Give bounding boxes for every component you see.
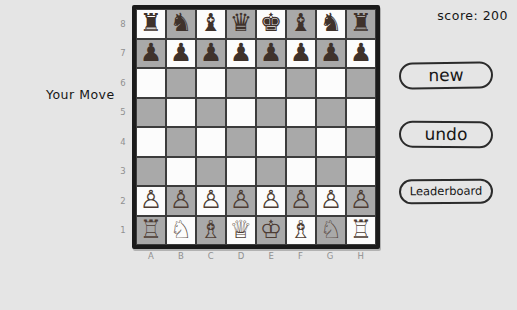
square-g2[interactable]: ♙ <box>316 186 346 216</box>
square-b7[interactable]: ♟ <box>166 39 196 69</box>
black-knight-piece[interactable]: ♞ <box>170 10 192 35</box>
square-h2[interactable]: ♙ <box>346 186 376 216</box>
square-d2[interactable]: ♙ <box>226 186 256 216</box>
square-c2[interactable]: ♙ <box>196 186 226 216</box>
rank-label-3: 3 <box>120 166 125 176</box>
black-rook-piece[interactable]: ♜ <box>350 10 372 35</box>
square-h5[interactable] <box>346 98 376 128</box>
square-c4[interactable] <box>196 127 226 157</box>
black-pawn-piece[interactable]: ♟ <box>170 40 192 65</box>
file-label-h: H <box>357 251 363 261</box>
black-bishop-piece[interactable]: ♝ <box>290 10 312 35</box>
white-pawn-piece[interactable]: ♙ <box>350 187 372 212</box>
square-c7[interactable]: ♟ <box>196 39 226 69</box>
white-pawn-piece[interactable]: ♙ <box>290 187 312 212</box>
square-c8[interactable]: ♝ <box>196 9 226 39</box>
black-pawn-piece[interactable]: ♟ <box>230 40 252 65</box>
square-b6[interactable] <box>166 68 196 98</box>
square-c6[interactable] <box>196 68 226 98</box>
rank-label-5: 5 <box>120 107 125 117</box>
white-rook-piece[interactable]: ♖ <box>140 217 162 242</box>
rank-label-8: 8 <box>120 19 125 29</box>
square-e8[interactable]: ♚ <box>256 9 286 39</box>
square-e1[interactable]: ♔ <box>256 216 286 246</box>
square-h6[interactable] <box>346 68 376 98</box>
leaderboard-button[interactable]: Leaderboard <box>399 179 493 205</box>
square-c1[interactable]: ♗ <box>196 216 226 246</box>
file-label-a: A <box>148 251 154 261</box>
file-label-e: E <box>268 251 273 261</box>
square-b3[interactable] <box>166 157 196 187</box>
square-g3[interactable] <box>316 157 346 187</box>
square-g1[interactable]: ♘ <box>316 216 346 246</box>
square-a7[interactable]: ♟ <box>136 39 166 69</box>
square-f6[interactable] <box>286 68 316 98</box>
white-knight-piece[interactable]: ♘ <box>170 217 192 242</box>
undo-button[interactable]: undo <box>399 121 493 149</box>
score-value: 200 <box>483 8 508 23</box>
score-label: score: <box>437 8 478 23</box>
square-f7[interactable]: ♟ <box>286 39 316 69</box>
square-b1[interactable]: ♘ <box>166 216 196 246</box>
score-display: score: 200 <box>437 8 508 23</box>
square-d6[interactable] <box>226 68 256 98</box>
square-b8[interactable]: ♞ <box>166 9 196 39</box>
square-a6[interactable] <box>136 68 166 98</box>
game-screen: Your Move score: 200 87654321 ♜♞♝♛♚♝♞♜♟♟… <box>0 0 517 310</box>
white-pawn-piece[interactable]: ♙ <box>320 187 342 212</box>
square-h4[interactable] <box>346 127 376 157</box>
black-bishop-piece[interactable]: ♝ <box>200 10 222 35</box>
square-d1[interactable]: ♕ <box>226 216 256 246</box>
white-rook-piece[interactable]: ♖ <box>350 217 372 242</box>
square-h1[interactable]: ♖ <box>346 216 376 246</box>
file-labels: ABCDEFGH <box>136 251 376 261</box>
square-d5[interactable] <box>226 98 256 128</box>
square-g8[interactable]: ♞ <box>316 9 346 39</box>
square-c3[interactable] <box>196 157 226 187</box>
chess-board-frame: ♜♞♝♛♚♝♞♜♟♟♟♟♟♟♟♟♙♙♙♙♙♙♙♙♖♘♗♕♔♗♘♖ <box>132 5 380 249</box>
square-a3[interactable] <box>136 157 166 187</box>
square-e3[interactable] <box>256 157 286 187</box>
white-queen-piece[interactable]: ♕ <box>230 217 252 242</box>
white-pawn-piece[interactable]: ♙ <box>140 187 162 212</box>
turn-indicator: Your Move <box>46 87 115 102</box>
white-king-piece[interactable]: ♔ <box>260 217 282 242</box>
square-a5[interactable] <box>136 98 166 128</box>
square-g5[interactable] <box>316 98 346 128</box>
square-b4[interactable] <box>166 127 196 157</box>
black-pawn-piece[interactable]: ♟ <box>320 40 342 65</box>
black-pawn-piece[interactable]: ♟ <box>260 40 282 65</box>
rank-label-4: 4 <box>120 137 125 147</box>
file-label-d: D <box>238 251 245 261</box>
square-a1[interactable]: ♖ <box>136 216 166 246</box>
square-e5[interactable] <box>256 98 286 128</box>
square-b2[interactable]: ♙ <box>166 186 196 216</box>
square-f3[interactable] <box>286 157 316 187</box>
square-g7[interactable]: ♟ <box>316 39 346 69</box>
chess-board[interactable]: ♜♞♝♛♚♝♞♜♟♟♟♟♟♟♟♟♙♙♙♙♙♙♙♙♖♘♗♕♔♗♘♖ <box>136 9 376 245</box>
white-pawn-piece[interactable]: ♙ <box>200 187 222 212</box>
white-pawn-piece[interactable]: ♙ <box>230 187 252 212</box>
rank-label-7: 7 <box>120 48 125 58</box>
square-d3[interactable] <box>226 157 256 187</box>
file-label-f: F <box>298 251 303 261</box>
square-e2[interactable]: ♙ <box>256 186 286 216</box>
square-e6[interactable] <box>256 68 286 98</box>
square-f4[interactable] <box>286 127 316 157</box>
square-g6[interactable] <box>316 68 346 98</box>
square-f2[interactable]: ♙ <box>286 186 316 216</box>
file-label-b: B <box>178 251 184 261</box>
square-e4[interactable] <box>256 127 286 157</box>
black-queen-piece[interactable]: ♛ <box>230 10 252 35</box>
square-a8[interactable]: ♜ <box>136 9 166 39</box>
square-d4[interactable] <box>226 127 256 157</box>
square-f1[interactable]: ♗ <box>286 216 316 246</box>
white-bishop-piece[interactable]: ♗ <box>200 217 222 242</box>
black-king-piece[interactable]: ♚ <box>260 10 282 35</box>
rank-label-2: 2 <box>120 196 125 206</box>
square-b5[interactable] <box>166 98 196 128</box>
rank-labels: 87654321 <box>116 9 130 245</box>
square-a4[interactable] <box>136 127 166 157</box>
square-d7[interactable]: ♟ <box>226 39 256 69</box>
file-label-c: C <box>208 251 214 261</box>
black-pawn-piece[interactable]: ♟ <box>350 40 372 65</box>
new-game-button[interactable]: new <box>399 61 493 89</box>
square-g4[interactable] <box>316 127 346 157</box>
white-knight-piece[interactable]: ♘ <box>320 217 342 242</box>
black-rook-piece[interactable]: ♜ <box>140 10 162 35</box>
square-a2[interactable]: ♙ <box>136 186 166 216</box>
black-pawn-piece[interactable]: ♟ <box>290 40 312 65</box>
square-e7[interactable]: ♟ <box>256 39 286 69</box>
square-h7[interactable]: ♟ <box>346 39 376 69</box>
rank-label-6: 6 <box>120 78 125 88</box>
square-c5[interactable] <box>196 98 226 128</box>
file-label-g: G <box>327 251 334 261</box>
square-d8[interactable]: ♛ <box>226 9 256 39</box>
black-knight-piece[interactable]: ♞ <box>320 10 342 35</box>
white-bishop-piece[interactable]: ♗ <box>290 217 312 242</box>
white-pawn-piece[interactable]: ♙ <box>170 187 192 212</box>
rank-label-1: 1 <box>120 225 125 235</box>
square-h8[interactable]: ♜ <box>346 9 376 39</box>
black-pawn-piece[interactable]: ♟ <box>140 40 162 65</box>
square-f8[interactable]: ♝ <box>286 9 316 39</box>
square-h3[interactable] <box>346 157 376 187</box>
white-pawn-piece[interactable]: ♙ <box>260 187 282 212</box>
black-pawn-piece[interactable]: ♟ <box>200 40 222 65</box>
square-f5[interactable] <box>286 98 316 128</box>
